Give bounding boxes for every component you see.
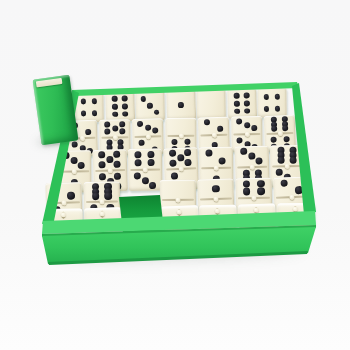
- dominoes-box-photo: [0, 0, 350, 350]
- tray-front-wall-group: [0, 0, 350, 350]
